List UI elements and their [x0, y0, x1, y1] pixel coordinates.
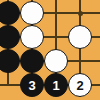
black-stone: 3: [20, 73, 44, 97]
board-intersection[interactable]: [0, 73, 20, 97]
white-stone: [44, 49, 68, 73]
board-intersection[interactable]: [20, 25, 44, 49]
board-intersection[interactable]: [44, 1, 68, 25]
board-intersection[interactable]: 2: [68, 73, 92, 97]
white-stone: [20, 1, 44, 25]
white-stone: [20, 25, 44, 49]
stones-grid: 312: [0, 1, 92, 97]
black-stone: [0, 25, 20, 49]
black-stone: [20, 49, 44, 73]
move-number-label: 1: [52, 79, 59, 92]
move-number-label: 3: [28, 79, 35, 92]
board-intersection[interactable]: [44, 25, 68, 49]
go-board[interactable]: 312: [0, 0, 100, 100]
board-intersection[interactable]: 3: [20, 73, 44, 97]
board-intersection[interactable]: [68, 49, 92, 73]
white-stone: [68, 25, 92, 49]
black-stone: 1: [44, 73, 68, 97]
white-stone: 2: [68, 73, 92, 97]
board-intersection[interactable]: 1: [44, 73, 68, 97]
board-intersection[interactable]: [44, 49, 68, 73]
board-intersection[interactable]: [68, 25, 92, 49]
move-number-label: 2: [76, 79, 83, 92]
board-intersection[interactable]: [68, 1, 92, 25]
board-intersection[interactable]: [0, 1, 20, 25]
board-intersection[interactable]: [20, 49, 44, 73]
black-stone: [0, 1, 20, 25]
black-stone: [0, 49, 20, 73]
board-intersection[interactable]: [20, 1, 44, 25]
board-intersection[interactable]: [0, 49, 20, 73]
board-intersection[interactable]: [0, 25, 20, 49]
